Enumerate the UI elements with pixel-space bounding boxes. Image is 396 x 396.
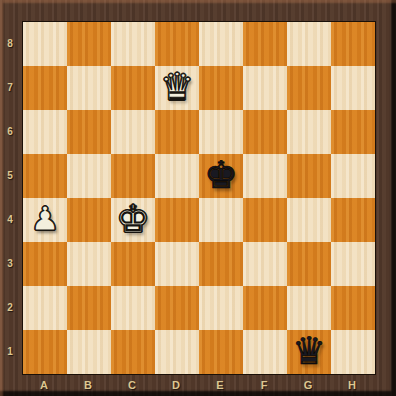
square-c6[interactable] (111, 110, 155, 154)
rank-label-8: 8 (0, 21, 20, 65)
square-f8[interactable] (243, 22, 287, 66)
chess-board: ♛♚♟♚♛ (22, 21, 376, 375)
rank-label-3: 3 (0, 241, 20, 285)
square-f5[interactable] (243, 154, 287, 198)
square-f1[interactable] (243, 330, 287, 374)
square-b2[interactable] (67, 286, 111, 330)
file-label-e: E (198, 374, 242, 396)
square-f2[interactable] (243, 286, 287, 330)
square-h2[interactable] (331, 286, 375, 330)
square-h8[interactable] (331, 22, 375, 66)
square-a7[interactable] (23, 66, 67, 110)
square-b1[interactable] (67, 330, 111, 374)
square-e8[interactable] (199, 22, 243, 66)
file-label-b: B (66, 374, 110, 396)
square-b6[interactable] (67, 110, 111, 154)
square-d4[interactable] (155, 198, 199, 242)
white-queen[interactable]: ♛ (160, 65, 194, 109)
file-label-d: D (154, 374, 198, 396)
square-b5[interactable] (67, 154, 111, 198)
square-g1[interactable]: ♛ (287, 330, 331, 374)
black-king[interactable]: ♚ (204, 153, 238, 197)
black-queen[interactable]: ♛ (292, 329, 326, 373)
square-e7[interactable] (199, 66, 243, 110)
chess-board-window: ♛♚♟♚♛ 87654321ABCDEFGH (0, 0, 396, 396)
rank-label-4: 4 (0, 197, 20, 241)
rank-label-5: 5 (0, 153, 20, 197)
rank-label-6: 6 (0, 109, 20, 153)
rank-label-1: 1 (0, 329, 20, 373)
square-h3[interactable] (331, 242, 375, 286)
square-f6[interactable] (243, 110, 287, 154)
square-a1[interactable] (23, 330, 67, 374)
square-e1[interactable] (199, 330, 243, 374)
square-e6[interactable] (199, 110, 243, 154)
square-e2[interactable] (199, 286, 243, 330)
file-label-c: C (110, 374, 154, 396)
square-a3[interactable] (23, 242, 67, 286)
square-d3[interactable] (155, 242, 199, 286)
square-g3[interactable] (287, 242, 331, 286)
square-c3[interactable] (111, 242, 155, 286)
square-b8[interactable] (67, 22, 111, 66)
square-f7[interactable] (243, 66, 287, 110)
square-c1[interactable] (111, 330, 155, 374)
square-d8[interactable] (155, 22, 199, 66)
rank-label-7: 7 (0, 65, 20, 109)
square-f3[interactable] (243, 242, 287, 286)
square-d1[interactable] (155, 330, 199, 374)
file-label-h: H (330, 374, 374, 396)
square-g7[interactable] (287, 66, 331, 110)
square-b4[interactable] (67, 198, 111, 242)
square-c2[interactable] (111, 286, 155, 330)
square-b7[interactable] (67, 66, 111, 110)
square-c7[interactable] (111, 66, 155, 110)
square-g4[interactable] (287, 198, 331, 242)
square-e4[interactable] (199, 198, 243, 242)
white-pawn[interactable]: ♟ (30, 197, 60, 241)
square-g6[interactable] (287, 110, 331, 154)
square-a8[interactable] (23, 22, 67, 66)
square-c5[interactable] (111, 154, 155, 198)
square-a4[interactable]: ♟ (23, 198, 67, 242)
rank-label-2: 2 (0, 285, 20, 329)
square-g8[interactable] (287, 22, 331, 66)
square-b3[interactable] (67, 242, 111, 286)
square-a5[interactable] (23, 154, 67, 198)
square-e3[interactable] (199, 242, 243, 286)
square-d5[interactable] (155, 154, 199, 198)
square-d2[interactable] (155, 286, 199, 330)
square-h4[interactable] (331, 198, 375, 242)
square-d7[interactable]: ♛ (155, 66, 199, 110)
square-h1[interactable] (331, 330, 375, 374)
square-c8[interactable] (111, 22, 155, 66)
square-h5[interactable] (331, 154, 375, 198)
square-c4[interactable]: ♚ (111, 198, 155, 242)
file-label-a: A (22, 374, 66, 396)
square-h6[interactable] (331, 110, 375, 154)
square-h7[interactable] (331, 66, 375, 110)
square-e5[interactable]: ♚ (199, 154, 243, 198)
file-label-g: G (286, 374, 330, 396)
square-f4[interactable] (243, 198, 287, 242)
square-d6[interactable] (155, 110, 199, 154)
white-king[interactable]: ♚ (116, 197, 150, 241)
square-a6[interactable] (23, 110, 67, 154)
square-g5[interactable] (287, 154, 331, 198)
square-a2[interactable] (23, 286, 67, 330)
square-g2[interactable] (287, 286, 331, 330)
file-label-f: F (242, 374, 286, 396)
